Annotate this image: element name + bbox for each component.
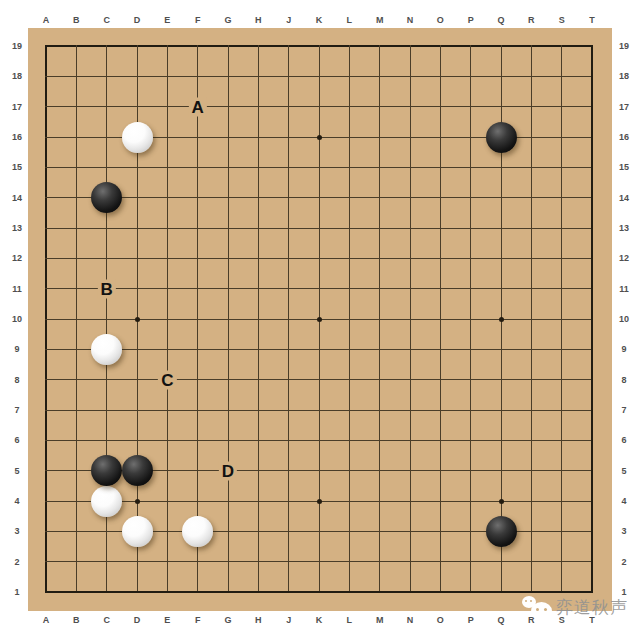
star-point	[499, 499, 504, 504]
white-stone-d16	[122, 122, 153, 153]
coord-label-right-14: 14	[619, 193, 629, 203]
grid-line-horizontal	[45, 410, 593, 411]
coord-label-bottom-F: F	[195, 615, 201, 625]
marker-label-d: D	[219, 461, 237, 480]
coord-label-top-R: R	[528, 15, 535, 25]
coord-label-right-8: 8	[621, 375, 626, 385]
coord-label-top-H: H	[255, 15, 262, 25]
coord-label-top-O: O	[437, 15, 444, 25]
white-stone-c4	[91, 486, 122, 517]
grid-line-vertical	[470, 45, 471, 593]
wechat-icon	[521, 594, 553, 621]
coord-label-right-11: 11	[619, 284, 629, 294]
watermark-text: 弈道秋声	[556, 596, 628, 619]
coord-label-left-5: 5	[14, 466, 19, 476]
coord-label-left-11: 11	[12, 284, 22, 294]
grid-line-vertical	[349, 45, 350, 593]
coord-label-left-14: 14	[12, 193, 22, 203]
marker-label-a: A	[189, 97, 207, 116]
coord-label-right-19: 19	[619, 41, 629, 51]
coord-label-bottom-C: C	[103, 615, 110, 625]
coord-label-top-E: E	[164, 15, 170, 25]
white-stone-f3	[182, 516, 213, 547]
grid-line-horizontal	[45, 349, 593, 350]
coord-label-right-15: 15	[619, 162, 629, 172]
coord-label-bottom-E: E	[164, 615, 170, 625]
coord-label-right-2: 2	[621, 557, 626, 567]
coord-label-bottom-Q: Q	[497, 615, 504, 625]
star-point	[135, 499, 140, 504]
grid-line-vertical	[440, 45, 441, 593]
coord-label-left-10: 10	[12, 314, 22, 324]
coord-label-right-7: 7	[621, 405, 626, 415]
coord-label-left-7: 7	[14, 405, 19, 415]
star-point	[317, 317, 322, 322]
coord-label-top-A: A	[43, 15, 50, 25]
coord-label-top-F: F	[195, 15, 201, 25]
grid-line-horizontal	[45, 379, 593, 380]
coord-label-top-N: N	[407, 15, 414, 25]
coord-label-right-9: 9	[621, 344, 626, 354]
black-stone-q16	[486, 122, 517, 153]
coord-label-bottom-M: M	[376, 615, 384, 625]
marker-label-b: B	[98, 279, 116, 298]
coord-label-left-15: 15	[12, 162, 22, 172]
coord-label-left-12: 12	[12, 253, 22, 263]
coord-label-bottom-L: L	[347, 615, 353, 625]
coord-label-top-J: J	[286, 15, 291, 25]
coord-label-top-Q: Q	[497, 15, 504, 25]
coord-label-right-5: 5	[621, 466, 626, 476]
grid-line-vertical	[410, 45, 411, 593]
grid-line-horizontal	[45, 440, 593, 441]
coord-label-left-4: 4	[14, 496, 19, 506]
marker-label-c: C	[158, 370, 176, 389]
coord-label-bottom-P: P	[468, 615, 474, 625]
coord-label-bottom-H: H	[255, 615, 262, 625]
coord-label-top-L: L	[347, 15, 353, 25]
coord-label-right-12: 12	[619, 253, 629, 263]
wechat-bubble-big	[531, 602, 552, 620]
coord-label-bottom-O: O	[437, 615, 444, 625]
grid-line-vertical	[561, 45, 562, 593]
grid-line-horizontal	[45, 591, 593, 593]
coord-label-right-10: 10	[619, 314, 629, 324]
coord-label-bottom-N: N	[407, 615, 414, 625]
white-stone-c9	[91, 334, 122, 365]
coord-label-bottom-J: J	[286, 615, 291, 625]
coord-label-left-18: 18	[12, 71, 22, 81]
coord-label-left-16: 16	[12, 132, 22, 142]
coord-label-right-18: 18	[619, 71, 629, 81]
coord-label-left-9: 9	[14, 344, 19, 354]
coord-label-right-13: 13	[619, 223, 629, 233]
coord-label-top-G: G	[224, 15, 231, 25]
star-point	[135, 317, 140, 322]
grid-line-vertical	[531, 45, 532, 593]
coord-label-top-P: P	[468, 15, 474, 25]
coord-label-left-3: 3	[14, 526, 19, 536]
grid-line-vertical	[379, 45, 380, 593]
watermark: 弈道秋声	[521, 594, 628, 621]
coord-label-top-C: C	[103, 15, 110, 25]
coord-label-left-6: 6	[14, 435, 19, 445]
grid-line-horizontal	[45, 561, 593, 562]
star-point	[317, 499, 322, 504]
coord-label-left-13: 13	[12, 223, 22, 233]
coord-label-top-D: D	[134, 15, 141, 25]
coord-label-right-16: 16	[619, 132, 629, 142]
coord-label-bottom-A: A	[43, 615, 50, 625]
star-point	[499, 317, 504, 322]
coord-label-top-T: T	[589, 15, 595, 25]
coord-label-right-4: 4	[621, 496, 626, 506]
coord-label-bottom-G: G	[224, 615, 231, 625]
white-stone-d3	[122, 516, 153, 547]
coord-label-left-17: 17	[12, 102, 22, 112]
black-stone-q3	[486, 516, 517, 547]
coord-label-left-1: 1	[14, 587, 19, 597]
star-point	[317, 135, 322, 140]
coord-label-left-8: 8	[14, 375, 19, 385]
black-stone-d5	[122, 455, 153, 486]
coord-label-top-M: M	[376, 15, 384, 25]
coord-label-left-2: 2	[14, 557, 19, 567]
coord-label-right-6: 6	[621, 435, 626, 445]
coord-label-right-3: 3	[621, 526, 626, 536]
coord-label-top-B: B	[73, 15, 80, 25]
page: AABBCCDDEEFFGGHHJJKKLLMMNNOOPPQQRRSSTT19…	[0, 0, 640, 640]
coord-label-bottom-K: K	[316, 615, 323, 625]
coord-label-right-17: 17	[619, 102, 629, 112]
coord-label-top-S: S	[559, 15, 565, 25]
coord-label-bottom-D: D	[134, 615, 141, 625]
coord-label-left-19: 19	[12, 41, 22, 51]
coord-label-top-K: K	[316, 15, 323, 25]
grid-line-vertical	[591, 45, 593, 593]
coord-label-bottom-B: B	[73, 615, 80, 625]
